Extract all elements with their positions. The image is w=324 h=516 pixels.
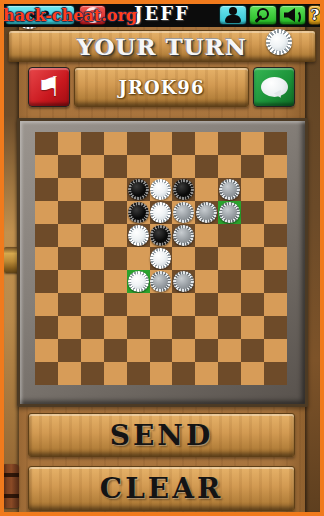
cell-r6c7[interactable] — [195, 270, 218, 293]
cell-r8c10[interactable] — [264, 316, 287, 339]
cell-r8c9[interactable] — [241, 316, 264, 339]
cell-r10c6[interactable] — [172, 362, 195, 385]
cell-r4c5[interactable] — [150, 224, 173, 247]
cell-r1c2[interactable] — [81, 155, 104, 178]
cell-r0c2[interactable] — [81, 132, 104, 155]
cell-r6c2[interactable] — [81, 270, 104, 293]
cell-r9c0[interactable] — [35, 339, 58, 362]
cell-r1c5[interactable] — [150, 155, 173, 178]
cell-r1c0[interactable] — [35, 155, 58, 178]
silver-cap[interactable] — [219, 202, 240, 223]
cell-r8c4[interactable] — [127, 316, 150, 339]
cell-r3c5[interactable] — [150, 201, 173, 224]
white-cap[interactable] — [150, 202, 171, 223]
cell-r4c2[interactable] — [81, 224, 104, 247]
flag-icon: ⚑ — [37, 74, 61, 101]
cell-r7c10[interactable] — [264, 293, 287, 316]
cell-r3c0[interactable] — [35, 201, 58, 224]
black-cap[interactable] — [150, 225, 171, 246]
cell-r7c2[interactable] — [81, 293, 104, 316]
cell-r8c5[interactable] — [150, 316, 173, 339]
cell-r6c1[interactable] — [58, 270, 81, 293]
white-cap[interactable] — [128, 225, 149, 246]
cell-r3c10[interactable] — [264, 201, 287, 224]
cell-r8c6[interactable] — [172, 316, 195, 339]
cell-r10c0[interactable] — [35, 362, 58, 385]
cell-r4c0[interactable] — [35, 224, 58, 247]
cell-r7c5[interactable] — [150, 293, 173, 316]
cell-r2c8[interactable] — [218, 178, 241, 201]
white-bottle-cap-right — [266, 29, 292, 55]
speech-bubble-icon — [261, 77, 288, 97]
black-cap[interactable] — [173, 179, 194, 200]
cell-r1c3[interactable] — [104, 155, 127, 178]
cell-r6c4[interactable] — [127, 270, 150, 293]
cell-r9c1[interactable] — [58, 339, 81, 362]
cell-r10c10[interactable] — [264, 362, 287, 385]
cell-r0c10[interactable] — [264, 132, 287, 155]
cell-r5c8[interactable] — [218, 247, 241, 270]
silver-cap[interactable] — [173, 225, 194, 246]
cell-r2c2[interactable] — [81, 178, 104, 201]
cell-r1c8[interactable] — [218, 155, 241, 178]
cell-r0c1[interactable] — [58, 132, 81, 155]
cell-r7c1[interactable] — [58, 293, 81, 316]
cell-r5c10[interactable] — [264, 247, 287, 270]
cell-r2c9[interactable] — [241, 178, 264, 201]
cell-r6c5[interactable] — [150, 270, 173, 293]
cell-r5c0[interactable] — [35, 247, 58, 270]
cell-r2c10[interactable] — [264, 178, 287, 201]
cell-r5c3[interactable] — [104, 247, 127, 270]
clear-button-label: CLEAR — [100, 472, 223, 505]
silver-cap[interactable] — [196, 202, 217, 223]
cell-r2c5[interactable] — [150, 178, 173, 201]
cell-r4c4[interactable] — [127, 224, 150, 247]
opponent-name: JROK96 — [119, 77, 205, 98]
chat-button[interactable] — [253, 67, 295, 107]
resign-flag-button[interactable]: ⚑ — [28, 67, 70, 107]
barrel-decoration — [2, 464, 19, 508]
cell-r10c3[interactable] — [104, 362, 127, 385]
cell-r1c6[interactable] — [172, 155, 195, 178]
clear-button[interactable]: CLEAR — [28, 466, 295, 511]
cell-r3c1[interactable] — [58, 201, 81, 224]
cell-r0c7[interactable] — [195, 132, 218, 155]
cell-r7c0[interactable] — [35, 293, 58, 316]
white-cap[interactable] — [150, 179, 171, 200]
cell-r6c10[interactable] — [264, 270, 287, 293]
cell-r10c2[interactable] — [81, 362, 104, 385]
cell-r4c1[interactable] — [58, 224, 81, 247]
board-grid — [35, 132, 287, 385]
turn-banner-text: YOUR TURN — [77, 33, 247, 60]
cell-r8c3[interactable] — [104, 316, 127, 339]
cell-r5c5[interactable] — [150, 247, 173, 270]
cell-r1c9[interactable] — [241, 155, 264, 178]
cell-r5c4[interactable] — [127, 247, 150, 270]
cell-r9c5[interactable] — [150, 339, 173, 362]
cell-r2c7[interactable] — [195, 178, 218, 201]
cell-r1c4[interactable] — [127, 155, 150, 178]
cell-r9c6[interactable] — [172, 339, 195, 362]
silver-cap[interactable] — [150, 271, 171, 292]
cell-r5c1[interactable] — [58, 247, 81, 270]
cell-r10c5[interactable] — [150, 362, 173, 385]
opponent-name-plate: JROK96 — [74, 67, 249, 107]
cell-r4c6[interactable] — [172, 224, 195, 247]
cell-r2c3[interactable] — [104, 178, 127, 201]
cell-r0c4[interactable] — [127, 132, 150, 155]
cell-r7c9[interactable] — [241, 293, 264, 316]
cell-r9c10[interactable] — [264, 339, 287, 362]
cell-r9c2[interactable] — [81, 339, 104, 362]
cell-r10c9[interactable] — [241, 362, 264, 385]
watermark: hack-cheat.org — [3, 6, 137, 25]
cell-r3c3[interactable] — [104, 201, 127, 224]
cell-r3c2[interactable] — [81, 201, 104, 224]
cell-r6c6[interactable] — [172, 270, 195, 293]
cell-r9c3[interactable] — [104, 339, 127, 362]
cell-r8c2[interactable] — [81, 316, 104, 339]
cell-r0c9[interactable] — [241, 132, 264, 155]
send-button[interactable]: SEND — [28, 413, 295, 457]
cell-r10c8[interactable] — [218, 362, 241, 385]
cell-r6c9[interactable] — [241, 270, 264, 293]
cell-r9c4[interactable] — [127, 339, 150, 362]
cell-r10c4[interactable] — [127, 362, 150, 385]
cell-r2c0[interactable] — [35, 178, 58, 201]
opponent-row: ⚑ JROK96 — [0, 67, 324, 107]
cell-r4c7[interactable] — [195, 224, 218, 247]
cell-r2c6[interactable] — [172, 178, 195, 201]
cell-r7c7[interactable] — [195, 293, 218, 316]
white-cap[interactable] — [128, 271, 149, 292]
cell-r6c8[interactable] — [218, 270, 241, 293]
cell-r3c4[interactable] — [127, 201, 150, 224]
cell-r0c0[interactable] — [35, 132, 58, 155]
cell-r7c3[interactable] — [104, 293, 127, 316]
cell-r0c6[interactable] — [172, 132, 195, 155]
cell-r9c8[interactable] — [218, 339, 241, 362]
cell-r4c9[interactable] — [241, 224, 264, 247]
cell-r5c9[interactable] — [241, 247, 264, 270]
cell-r8c1[interactable] — [58, 316, 81, 339]
cell-r10c1[interactable] — [58, 362, 81, 385]
cell-r4c10[interactable] — [264, 224, 287, 247]
cell-r5c2[interactable] — [81, 247, 104, 270]
cell-r8c8[interactable] — [218, 316, 241, 339]
cell-r10c7[interactable] — [195, 362, 218, 385]
black-cap[interactable] — [128, 179, 149, 200]
cell-r2c1[interactable] — [58, 178, 81, 201]
cell-r4c8[interactable] — [218, 224, 241, 247]
game-screen: JEFF ↩ ? hack-cheat.org YOUR TURN ⚑ JROK — [0, 0, 324, 516]
silver-cap[interactable] — [219, 179, 240, 200]
cell-r8c0[interactable] — [35, 316, 58, 339]
cell-r8c7[interactable] — [195, 316, 218, 339]
send-button-label: SEND — [110, 419, 213, 452]
cell-r1c7[interactable] — [195, 155, 218, 178]
cell-r9c7[interactable] — [195, 339, 218, 362]
cell-r6c0[interactable] — [35, 270, 58, 293]
white-cap[interactable] — [150, 248, 171, 269]
cell-r3c6[interactable] — [172, 201, 195, 224]
cell-r0c8[interactable] — [218, 132, 241, 155]
cell-r0c5[interactable] — [150, 132, 173, 155]
cell-r9c9[interactable] — [241, 339, 264, 362]
cell-r7c6[interactable] — [172, 293, 195, 316]
cell-r5c7[interactable] — [195, 247, 218, 270]
cell-r1c10[interactable] — [264, 155, 287, 178]
cell-r5c6[interactable] — [172, 247, 195, 270]
cell-r3c9[interactable] — [241, 201, 264, 224]
cell-r4c3[interactable] — [104, 224, 127, 247]
silver-cap[interactable] — [173, 202, 194, 223]
silver-cap[interactable] — [173, 271, 194, 292]
cell-r3c8[interactable] — [218, 201, 241, 224]
cell-r1c1[interactable] — [58, 155, 81, 178]
black-cap[interactable] — [128, 202, 149, 223]
cell-r7c4[interactable] — [127, 293, 150, 316]
cell-r0c3[interactable] — [104, 132, 127, 155]
cell-r7c8[interactable] — [218, 293, 241, 316]
cell-r2c4[interactable] — [127, 178, 150, 201]
cell-r3c7[interactable] — [195, 201, 218, 224]
cell-r6c3[interactable] — [104, 270, 127, 293]
